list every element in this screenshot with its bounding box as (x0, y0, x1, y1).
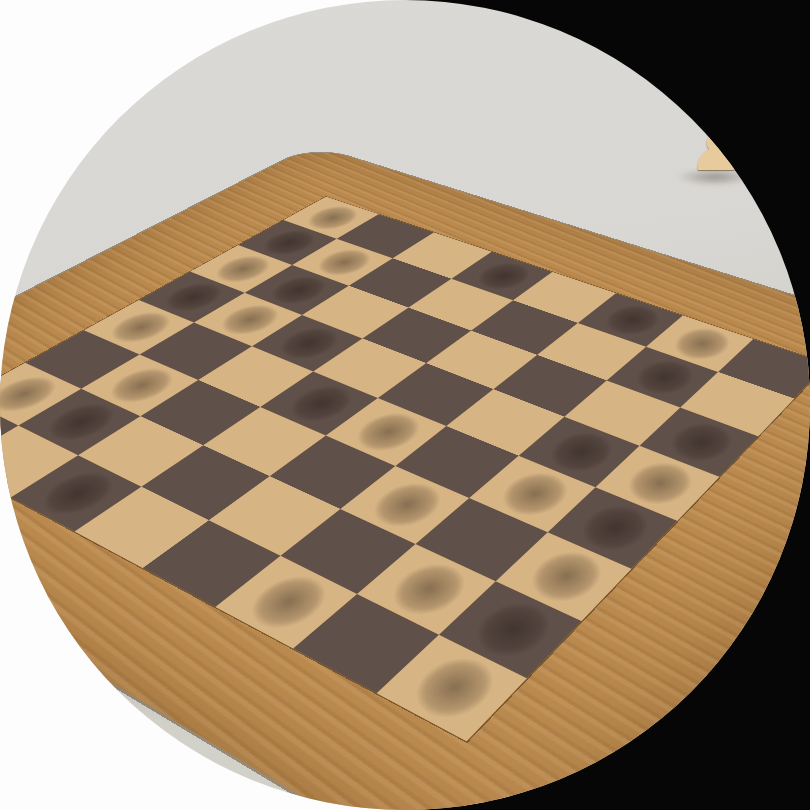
circular-photo: ♜♞♚♛♝♞♜♟♟♟♟♟♟♝♟♟♞♟♟♜♟♟♟♟♟♜♞♝♚♛♝ ♟ (0, 0, 810, 810)
screenshot-stage: ♜♞♚♛♝♞♜♟♟♟♟♟♟♝♟♟♞♟♟♜♟♟♟♟♟♜♞♝♚♛♝ ♟ (0, 0, 810, 810)
